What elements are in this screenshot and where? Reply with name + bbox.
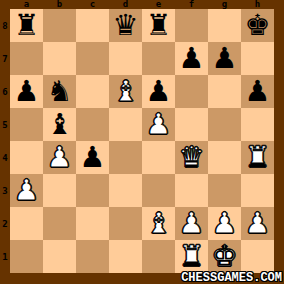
piece-black-knight: ♞ — [47, 75, 73, 108]
piece-white-bishop: ♝ — [146, 207, 172, 240]
square-b8[interactable] — [43, 9, 76, 42]
square-h8[interactable]: ♚ — [241, 9, 274, 42]
site-watermark: CHESSGAMES.COM — [181, 273, 282, 284]
square-g5[interactable] — [208, 108, 241, 141]
square-c2[interactable] — [76, 207, 109, 240]
rank-label-6: 6 — [0, 75, 10, 108]
piece-white-pawn: ♟ — [212, 207, 238, 240]
square-f1[interactable]: ♜ — [175, 240, 208, 273]
square-h3[interactable] — [241, 174, 274, 207]
piece-black-pawn: ♟ — [212, 42, 238, 75]
square-c3[interactable] — [76, 174, 109, 207]
square-g7[interactable]: ♟ — [208, 42, 241, 75]
square-h6[interactable]: ♟ — [241, 75, 274, 108]
file-label-g: g — [208, 0, 241, 9]
file-label-c: c — [76, 0, 109, 9]
square-e7[interactable] — [142, 42, 175, 75]
piece-black-pawn: ♟ — [80, 141, 106, 174]
square-f8[interactable] — [175, 9, 208, 42]
square-c4[interactable]: ♟ — [76, 141, 109, 174]
piece-white-rook: ♜ — [245, 141, 271, 174]
piece-white-pawn: ♟ — [14, 174, 40, 207]
square-g4[interactable] — [208, 141, 241, 174]
square-d5[interactable] — [109, 108, 142, 141]
square-h5[interactable] — [241, 108, 274, 141]
rank-label-7: 7 — [0, 42, 10, 75]
square-a1[interactable] — [10, 240, 43, 273]
piece-white-pawn: ♟ — [47, 141, 73, 174]
chess-diagram: abcdefgh 87654321 ♜♛♜♚♟♟♟♞♝♟♟♝♟♟♟♛♜♟♝♟♟♟… — [0, 0, 284, 284]
square-e8[interactable]: ♜ — [142, 9, 175, 42]
piece-black-pawn: ♟ — [245, 75, 271, 108]
square-f2[interactable]: ♟ — [175, 207, 208, 240]
square-f7[interactable]: ♟ — [175, 42, 208, 75]
square-e6[interactable]: ♟ — [142, 75, 175, 108]
square-f6[interactable] — [175, 75, 208, 108]
square-h4[interactable]: ♜ — [241, 141, 274, 174]
piece-black-queen: ♛ — [113, 9, 139, 42]
square-e5[interactable]: ♟ — [142, 108, 175, 141]
piece-black-pawn: ♟ — [14, 75, 40, 108]
square-b7[interactable] — [43, 42, 76, 75]
square-g1[interactable]: ♚ — [208, 240, 241, 273]
square-b5[interactable]: ♝ — [43, 108, 76, 141]
square-h2[interactable]: ♟ — [241, 207, 274, 240]
piece-white-bishop: ♝ — [113, 75, 139, 108]
piece-black-pawn: ♟ — [146, 75, 172, 108]
rank-label-4: 4 — [0, 141, 10, 174]
rank-label-5: 5 — [0, 108, 10, 141]
square-a6[interactable]: ♟ — [10, 75, 43, 108]
square-a7[interactable] — [10, 42, 43, 75]
square-g3[interactable] — [208, 174, 241, 207]
piece-black-rook: ♜ — [14, 9, 40, 42]
square-c1[interactable] — [76, 240, 109, 273]
piece-white-queen: ♛ — [179, 141, 205, 174]
square-h7[interactable] — [241, 42, 274, 75]
rank-label-3: 3 — [0, 174, 10, 207]
square-b4[interactable]: ♟ — [43, 141, 76, 174]
square-d1[interactable] — [109, 240, 142, 273]
square-d7[interactable] — [109, 42, 142, 75]
square-a8[interactable]: ♜ — [10, 9, 43, 42]
square-e4[interactable] — [142, 141, 175, 174]
square-b2[interactable] — [43, 207, 76, 240]
square-f4[interactable]: ♛ — [175, 141, 208, 174]
square-d8[interactable]: ♛ — [109, 9, 142, 42]
rank-label-1: 1 — [0, 240, 10, 273]
piece-white-pawn: ♟ — [179, 207, 205, 240]
square-a2[interactable] — [10, 207, 43, 240]
square-d3[interactable] — [109, 174, 142, 207]
square-a4[interactable] — [10, 141, 43, 174]
square-g2[interactable]: ♟ — [208, 207, 241, 240]
piece-black-king: ♚ — [245, 9, 271, 42]
piece-black-rook: ♜ — [146, 9, 172, 42]
square-c5[interactable] — [76, 108, 109, 141]
square-b6[interactable]: ♞ — [43, 75, 76, 108]
square-g8[interactable] — [208, 9, 241, 42]
piece-white-king: ♚ — [212, 240, 238, 273]
square-f3[interactable] — [175, 174, 208, 207]
file-label-b: b — [43, 0, 76, 9]
piece-white-pawn: ♟ — [245, 207, 271, 240]
square-a5[interactable] — [10, 108, 43, 141]
piece-white-rook: ♜ — [179, 240, 205, 273]
square-d6[interactable]: ♝ — [109, 75, 142, 108]
file-labels: abcdefgh — [10, 0, 274, 9]
square-b3[interactable] — [43, 174, 76, 207]
square-a3[interactable]: ♟ — [10, 174, 43, 207]
square-h1[interactable] — [241, 240, 274, 273]
square-e1[interactable] — [142, 240, 175, 273]
piece-white-pawn: ♟ — [146, 108, 172, 141]
chess-board: ♜♛♜♚♟♟♟♞♝♟♟♝♟♟♟♛♜♟♝♟♟♟♜♚ — [10, 9, 274, 273]
piece-black-pawn: ♟ — [179, 42, 205, 75]
square-c7[interactable] — [76, 42, 109, 75]
rank-label-2: 2 — [0, 207, 10, 240]
piece-black-bishop: ♝ — [47, 108, 73, 141]
square-c8[interactable] — [76, 9, 109, 42]
rank-labels: 87654321 — [0, 9, 10, 273]
square-d4[interactable] — [109, 141, 142, 174]
square-e3[interactable] — [142, 174, 175, 207]
square-e2[interactable]: ♝ — [142, 207, 175, 240]
rank-label-8: 8 — [0, 9, 10, 42]
square-f5[interactable] — [175, 108, 208, 141]
file-label-f: f — [175, 0, 208, 9]
square-g6[interactable] — [208, 75, 241, 108]
square-c6[interactable] — [76, 75, 109, 108]
square-d2[interactable] — [109, 207, 142, 240]
square-b1[interactable] — [43, 240, 76, 273]
